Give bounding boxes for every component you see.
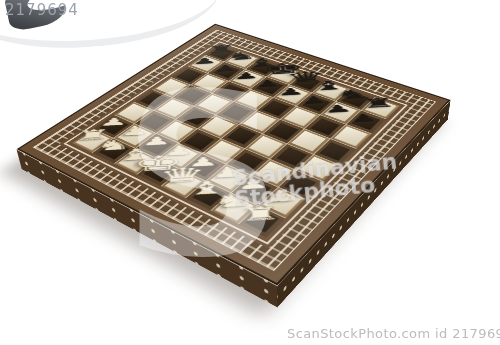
screenshot-root: 2179694 ♜♞♝♚♛♝♞♜♟♟♟♟♟♟♟♟♟♟♟♟♟♟♟♟♜♞♝♚♛♝♞♜… (0, 0, 500, 345)
square: ♟ (346, 111, 385, 134)
square (221, 124, 262, 148)
square (331, 124, 372, 148)
black-pawn: ♟ (338, 111, 389, 124)
white-queen: ♛ (155, 164, 208, 186)
square (202, 139, 244, 164)
square (288, 129, 329, 153)
white-king: ♚ (132, 152, 185, 175)
square: ♞ (93, 139, 135, 164)
square: ♟ (182, 154, 225, 180)
credit-watermark: ScanStockPhoto.com id 2179694 (287, 326, 500, 341)
white-pawn: ♟ (176, 155, 228, 170)
photo-id-watermark: 2179694 (5, 1, 79, 19)
square: ♟ (159, 144, 201, 169)
square (179, 129, 220, 153)
square: ♝ (186, 181, 231, 210)
square: ♚ (137, 159, 180, 186)
square (264, 120, 304, 143)
white-bishop: ♝ (180, 178, 234, 198)
chessboard-scene: ♜♞♝♚♛♝♞♜♟♟♟♟♟♟♟♟♟♟♟♟♟♟♟♟♜♞♝♚♛♝♞♜ (76, 0, 402, 287)
square (246, 134, 287, 159)
square: ♛ (161, 170, 205, 198)
